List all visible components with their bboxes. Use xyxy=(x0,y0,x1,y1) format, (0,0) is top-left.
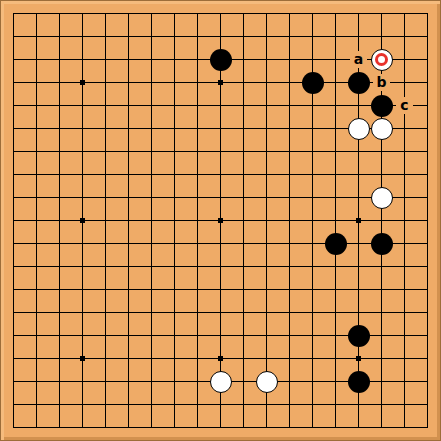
intersection xyxy=(25,393,48,416)
intersection xyxy=(2,71,25,94)
intersection xyxy=(255,186,278,209)
intersection xyxy=(278,278,301,301)
intersection xyxy=(163,163,186,186)
intersection xyxy=(255,48,278,71)
intersection xyxy=(278,71,301,94)
intersection xyxy=(25,25,48,48)
intersection xyxy=(209,25,232,48)
intersection xyxy=(48,94,71,117)
intersection xyxy=(209,347,232,370)
intersection xyxy=(416,209,439,232)
circle-marker-icon xyxy=(375,53,388,66)
intersection xyxy=(163,393,186,416)
intersection xyxy=(416,94,439,117)
intersection xyxy=(25,370,48,393)
intersection xyxy=(140,324,163,347)
intersection xyxy=(48,2,71,25)
intersection xyxy=(416,140,439,163)
intersection xyxy=(117,393,140,416)
intersection xyxy=(416,186,439,209)
intersection xyxy=(117,232,140,255)
intersection xyxy=(209,140,232,163)
intersection xyxy=(301,48,324,71)
intersection xyxy=(416,278,439,301)
intersection xyxy=(25,2,48,25)
intersection xyxy=(416,347,439,370)
intersection xyxy=(370,416,393,439)
intersection xyxy=(140,393,163,416)
intersection xyxy=(94,25,117,48)
white-stone xyxy=(210,371,232,393)
intersection xyxy=(117,301,140,324)
intersection xyxy=(232,209,255,232)
intersection xyxy=(324,94,347,117)
intersection xyxy=(140,232,163,255)
white-stone xyxy=(371,187,393,209)
intersection xyxy=(324,117,347,140)
intersection xyxy=(48,140,71,163)
intersection xyxy=(140,209,163,232)
intersection xyxy=(347,25,370,48)
intersection xyxy=(163,2,186,25)
black-stone xyxy=(348,371,370,393)
intersection xyxy=(140,48,163,71)
intersection xyxy=(186,278,209,301)
black-stone xyxy=(371,233,393,255)
intersection xyxy=(393,25,416,48)
intersection xyxy=(163,71,186,94)
intersection xyxy=(370,209,393,232)
intersection xyxy=(209,278,232,301)
intersection xyxy=(301,209,324,232)
intersection xyxy=(255,416,278,439)
intersection xyxy=(232,2,255,25)
intersection xyxy=(140,278,163,301)
black-stone xyxy=(371,95,393,117)
intersection xyxy=(25,71,48,94)
intersection xyxy=(71,324,94,347)
intersection xyxy=(209,255,232,278)
intersection xyxy=(324,48,347,71)
intersection xyxy=(232,393,255,416)
intersection xyxy=(278,25,301,48)
go-board-grid: abc xyxy=(2,2,439,439)
intersection xyxy=(416,393,439,416)
intersection xyxy=(48,48,71,71)
intersection xyxy=(416,324,439,347)
intersection xyxy=(370,370,393,393)
intersection xyxy=(232,278,255,301)
intersection xyxy=(301,163,324,186)
intersection xyxy=(163,186,186,209)
intersection xyxy=(209,393,232,416)
intersection xyxy=(94,278,117,301)
intersection xyxy=(25,324,48,347)
intersection xyxy=(347,186,370,209)
intersection xyxy=(393,117,416,140)
intersection xyxy=(2,255,25,278)
intersection xyxy=(117,48,140,71)
intersection xyxy=(140,163,163,186)
intersection xyxy=(94,324,117,347)
intersection xyxy=(393,163,416,186)
intersection xyxy=(117,186,140,209)
intersection xyxy=(232,163,255,186)
intersection xyxy=(209,2,232,25)
intersection xyxy=(2,278,25,301)
intersection xyxy=(48,393,71,416)
intersection xyxy=(48,186,71,209)
intersection xyxy=(186,163,209,186)
intersection xyxy=(48,25,71,48)
intersection xyxy=(255,324,278,347)
intersection xyxy=(255,117,278,140)
intersection xyxy=(324,370,347,393)
intersection xyxy=(163,370,186,393)
intersection xyxy=(186,370,209,393)
intersection xyxy=(301,278,324,301)
intersection xyxy=(209,117,232,140)
intersection xyxy=(48,370,71,393)
intersection xyxy=(301,370,324,393)
intersection xyxy=(163,94,186,117)
intersection xyxy=(117,94,140,117)
intersection xyxy=(2,186,25,209)
intersection xyxy=(209,209,232,232)
intersection xyxy=(2,2,25,25)
intersection xyxy=(347,140,370,163)
go-board: abc xyxy=(0,0,441,441)
white-stone xyxy=(371,49,393,71)
intersection xyxy=(393,140,416,163)
black-stone xyxy=(348,325,370,347)
intersection xyxy=(163,117,186,140)
intersection xyxy=(370,94,393,117)
intersection xyxy=(393,324,416,347)
intersection xyxy=(232,416,255,439)
intersection xyxy=(186,393,209,416)
intersection xyxy=(163,416,186,439)
intersection xyxy=(163,140,186,163)
intersection xyxy=(71,94,94,117)
intersection xyxy=(71,301,94,324)
black-stone xyxy=(348,72,370,94)
intersection xyxy=(301,25,324,48)
intersection xyxy=(163,324,186,347)
intersection xyxy=(324,393,347,416)
intersection xyxy=(2,416,25,439)
intersection xyxy=(255,71,278,94)
intersection xyxy=(140,186,163,209)
intersection xyxy=(25,186,48,209)
intersection xyxy=(94,186,117,209)
intersection xyxy=(301,186,324,209)
point-label: c xyxy=(396,97,413,114)
intersection xyxy=(140,2,163,25)
intersection xyxy=(347,324,370,347)
intersection xyxy=(347,255,370,278)
intersection xyxy=(48,71,71,94)
intersection xyxy=(255,140,278,163)
intersection xyxy=(416,232,439,255)
intersection xyxy=(163,347,186,370)
intersection xyxy=(140,255,163,278)
intersection xyxy=(416,370,439,393)
intersection xyxy=(2,324,25,347)
intersection xyxy=(347,370,370,393)
intersection xyxy=(163,232,186,255)
intersection xyxy=(278,209,301,232)
intersection xyxy=(25,94,48,117)
intersection xyxy=(370,232,393,255)
intersection xyxy=(324,209,347,232)
intersection xyxy=(117,416,140,439)
intersection xyxy=(94,347,117,370)
intersection xyxy=(232,347,255,370)
intersection xyxy=(278,232,301,255)
intersection xyxy=(117,370,140,393)
intersection xyxy=(301,301,324,324)
intersection xyxy=(2,94,25,117)
intersection xyxy=(209,416,232,439)
intersection xyxy=(186,71,209,94)
intersection xyxy=(324,301,347,324)
intersection xyxy=(278,324,301,347)
intersection xyxy=(347,301,370,324)
intersection xyxy=(25,301,48,324)
intersection xyxy=(48,301,71,324)
intersection xyxy=(94,370,117,393)
intersection xyxy=(393,48,416,71)
intersection xyxy=(186,2,209,25)
intersection xyxy=(48,209,71,232)
intersection xyxy=(232,117,255,140)
intersection xyxy=(347,209,370,232)
intersection xyxy=(2,370,25,393)
intersection xyxy=(117,2,140,25)
intersection xyxy=(209,324,232,347)
intersection xyxy=(324,324,347,347)
intersection xyxy=(48,163,71,186)
intersection xyxy=(232,25,255,48)
intersection xyxy=(370,255,393,278)
intersection xyxy=(71,232,94,255)
intersection xyxy=(209,163,232,186)
intersection xyxy=(255,232,278,255)
intersection xyxy=(324,2,347,25)
intersection xyxy=(301,232,324,255)
intersection xyxy=(301,94,324,117)
intersection xyxy=(393,278,416,301)
intersection xyxy=(232,48,255,71)
intersection xyxy=(393,186,416,209)
intersection xyxy=(117,278,140,301)
intersection xyxy=(25,140,48,163)
intersection xyxy=(232,94,255,117)
intersection xyxy=(209,186,232,209)
intersection xyxy=(255,163,278,186)
intersection xyxy=(324,186,347,209)
intersection xyxy=(94,48,117,71)
intersection xyxy=(255,278,278,301)
intersection xyxy=(2,347,25,370)
intersection xyxy=(25,232,48,255)
intersection xyxy=(209,48,232,71)
intersection xyxy=(301,140,324,163)
intersection xyxy=(370,393,393,416)
intersection: a xyxy=(347,48,370,71)
intersection xyxy=(186,94,209,117)
intersection xyxy=(301,416,324,439)
intersection xyxy=(71,117,94,140)
intersection xyxy=(370,2,393,25)
star-point xyxy=(80,80,85,85)
intersection xyxy=(71,209,94,232)
black-stone xyxy=(210,49,232,71)
intersection xyxy=(140,71,163,94)
intersection xyxy=(416,255,439,278)
intersection xyxy=(163,255,186,278)
intersection xyxy=(209,71,232,94)
intersection xyxy=(393,301,416,324)
intersection xyxy=(232,232,255,255)
intersection xyxy=(347,393,370,416)
star-point xyxy=(218,80,223,85)
intersection xyxy=(347,347,370,370)
intersection xyxy=(48,416,71,439)
intersection xyxy=(71,71,94,94)
intersection xyxy=(416,117,439,140)
intersection xyxy=(71,25,94,48)
intersection xyxy=(25,416,48,439)
intersection xyxy=(48,278,71,301)
intersection xyxy=(94,255,117,278)
intersection xyxy=(278,370,301,393)
intersection xyxy=(48,255,71,278)
intersection xyxy=(186,255,209,278)
intersection xyxy=(25,163,48,186)
intersection xyxy=(347,94,370,117)
white-stone xyxy=(256,371,278,393)
intersection xyxy=(25,278,48,301)
intersection xyxy=(140,301,163,324)
intersection xyxy=(94,301,117,324)
intersection xyxy=(278,94,301,117)
intersection xyxy=(347,163,370,186)
star-point xyxy=(218,218,223,223)
intersection xyxy=(370,163,393,186)
intersection xyxy=(2,232,25,255)
intersection xyxy=(48,232,71,255)
intersection xyxy=(278,347,301,370)
intersection xyxy=(393,71,416,94)
intersection xyxy=(117,140,140,163)
intersection xyxy=(94,393,117,416)
intersection xyxy=(393,393,416,416)
intersection xyxy=(255,25,278,48)
intersection xyxy=(140,370,163,393)
intersection xyxy=(209,301,232,324)
intersection xyxy=(393,255,416,278)
intersection xyxy=(324,255,347,278)
intersection xyxy=(347,278,370,301)
intersection xyxy=(324,25,347,48)
intersection xyxy=(255,370,278,393)
intersection xyxy=(48,347,71,370)
intersection xyxy=(324,416,347,439)
intersection xyxy=(25,117,48,140)
intersection xyxy=(140,347,163,370)
intersection xyxy=(278,186,301,209)
intersection xyxy=(186,416,209,439)
intersection xyxy=(324,278,347,301)
intersection xyxy=(416,25,439,48)
star-point xyxy=(356,356,361,361)
intersection xyxy=(71,48,94,71)
intersection xyxy=(393,232,416,255)
intersection xyxy=(301,71,324,94)
intersection xyxy=(71,255,94,278)
intersection xyxy=(163,25,186,48)
white-stone xyxy=(348,118,370,140)
star-point xyxy=(80,218,85,223)
intersection xyxy=(71,347,94,370)
intersection xyxy=(186,117,209,140)
intersection xyxy=(301,393,324,416)
intersection xyxy=(301,324,324,347)
intersection xyxy=(186,301,209,324)
intersection xyxy=(140,94,163,117)
intersection xyxy=(117,324,140,347)
intersection xyxy=(255,255,278,278)
intersection xyxy=(416,48,439,71)
intersection xyxy=(278,255,301,278)
intersection xyxy=(2,209,25,232)
intersection xyxy=(393,2,416,25)
intersection xyxy=(71,416,94,439)
intersection xyxy=(416,2,439,25)
intersection xyxy=(186,25,209,48)
intersection xyxy=(324,232,347,255)
intersection xyxy=(186,48,209,71)
intersection xyxy=(278,140,301,163)
intersection xyxy=(71,2,94,25)
intersection xyxy=(301,117,324,140)
intersection xyxy=(347,416,370,439)
intersection xyxy=(232,370,255,393)
intersection xyxy=(140,416,163,439)
intersection xyxy=(370,186,393,209)
intersection xyxy=(2,117,25,140)
intersection xyxy=(255,301,278,324)
intersection xyxy=(232,186,255,209)
intersection xyxy=(255,94,278,117)
intersection xyxy=(163,278,186,301)
intersection xyxy=(324,163,347,186)
star-point xyxy=(356,218,361,223)
intersection xyxy=(186,186,209,209)
intersection xyxy=(347,2,370,25)
intersection xyxy=(186,140,209,163)
intersection xyxy=(255,347,278,370)
black-stone xyxy=(325,233,347,255)
intersection xyxy=(71,393,94,416)
intersection xyxy=(370,324,393,347)
intersection xyxy=(140,140,163,163)
intersection xyxy=(278,163,301,186)
intersection xyxy=(48,117,71,140)
intersection xyxy=(117,255,140,278)
